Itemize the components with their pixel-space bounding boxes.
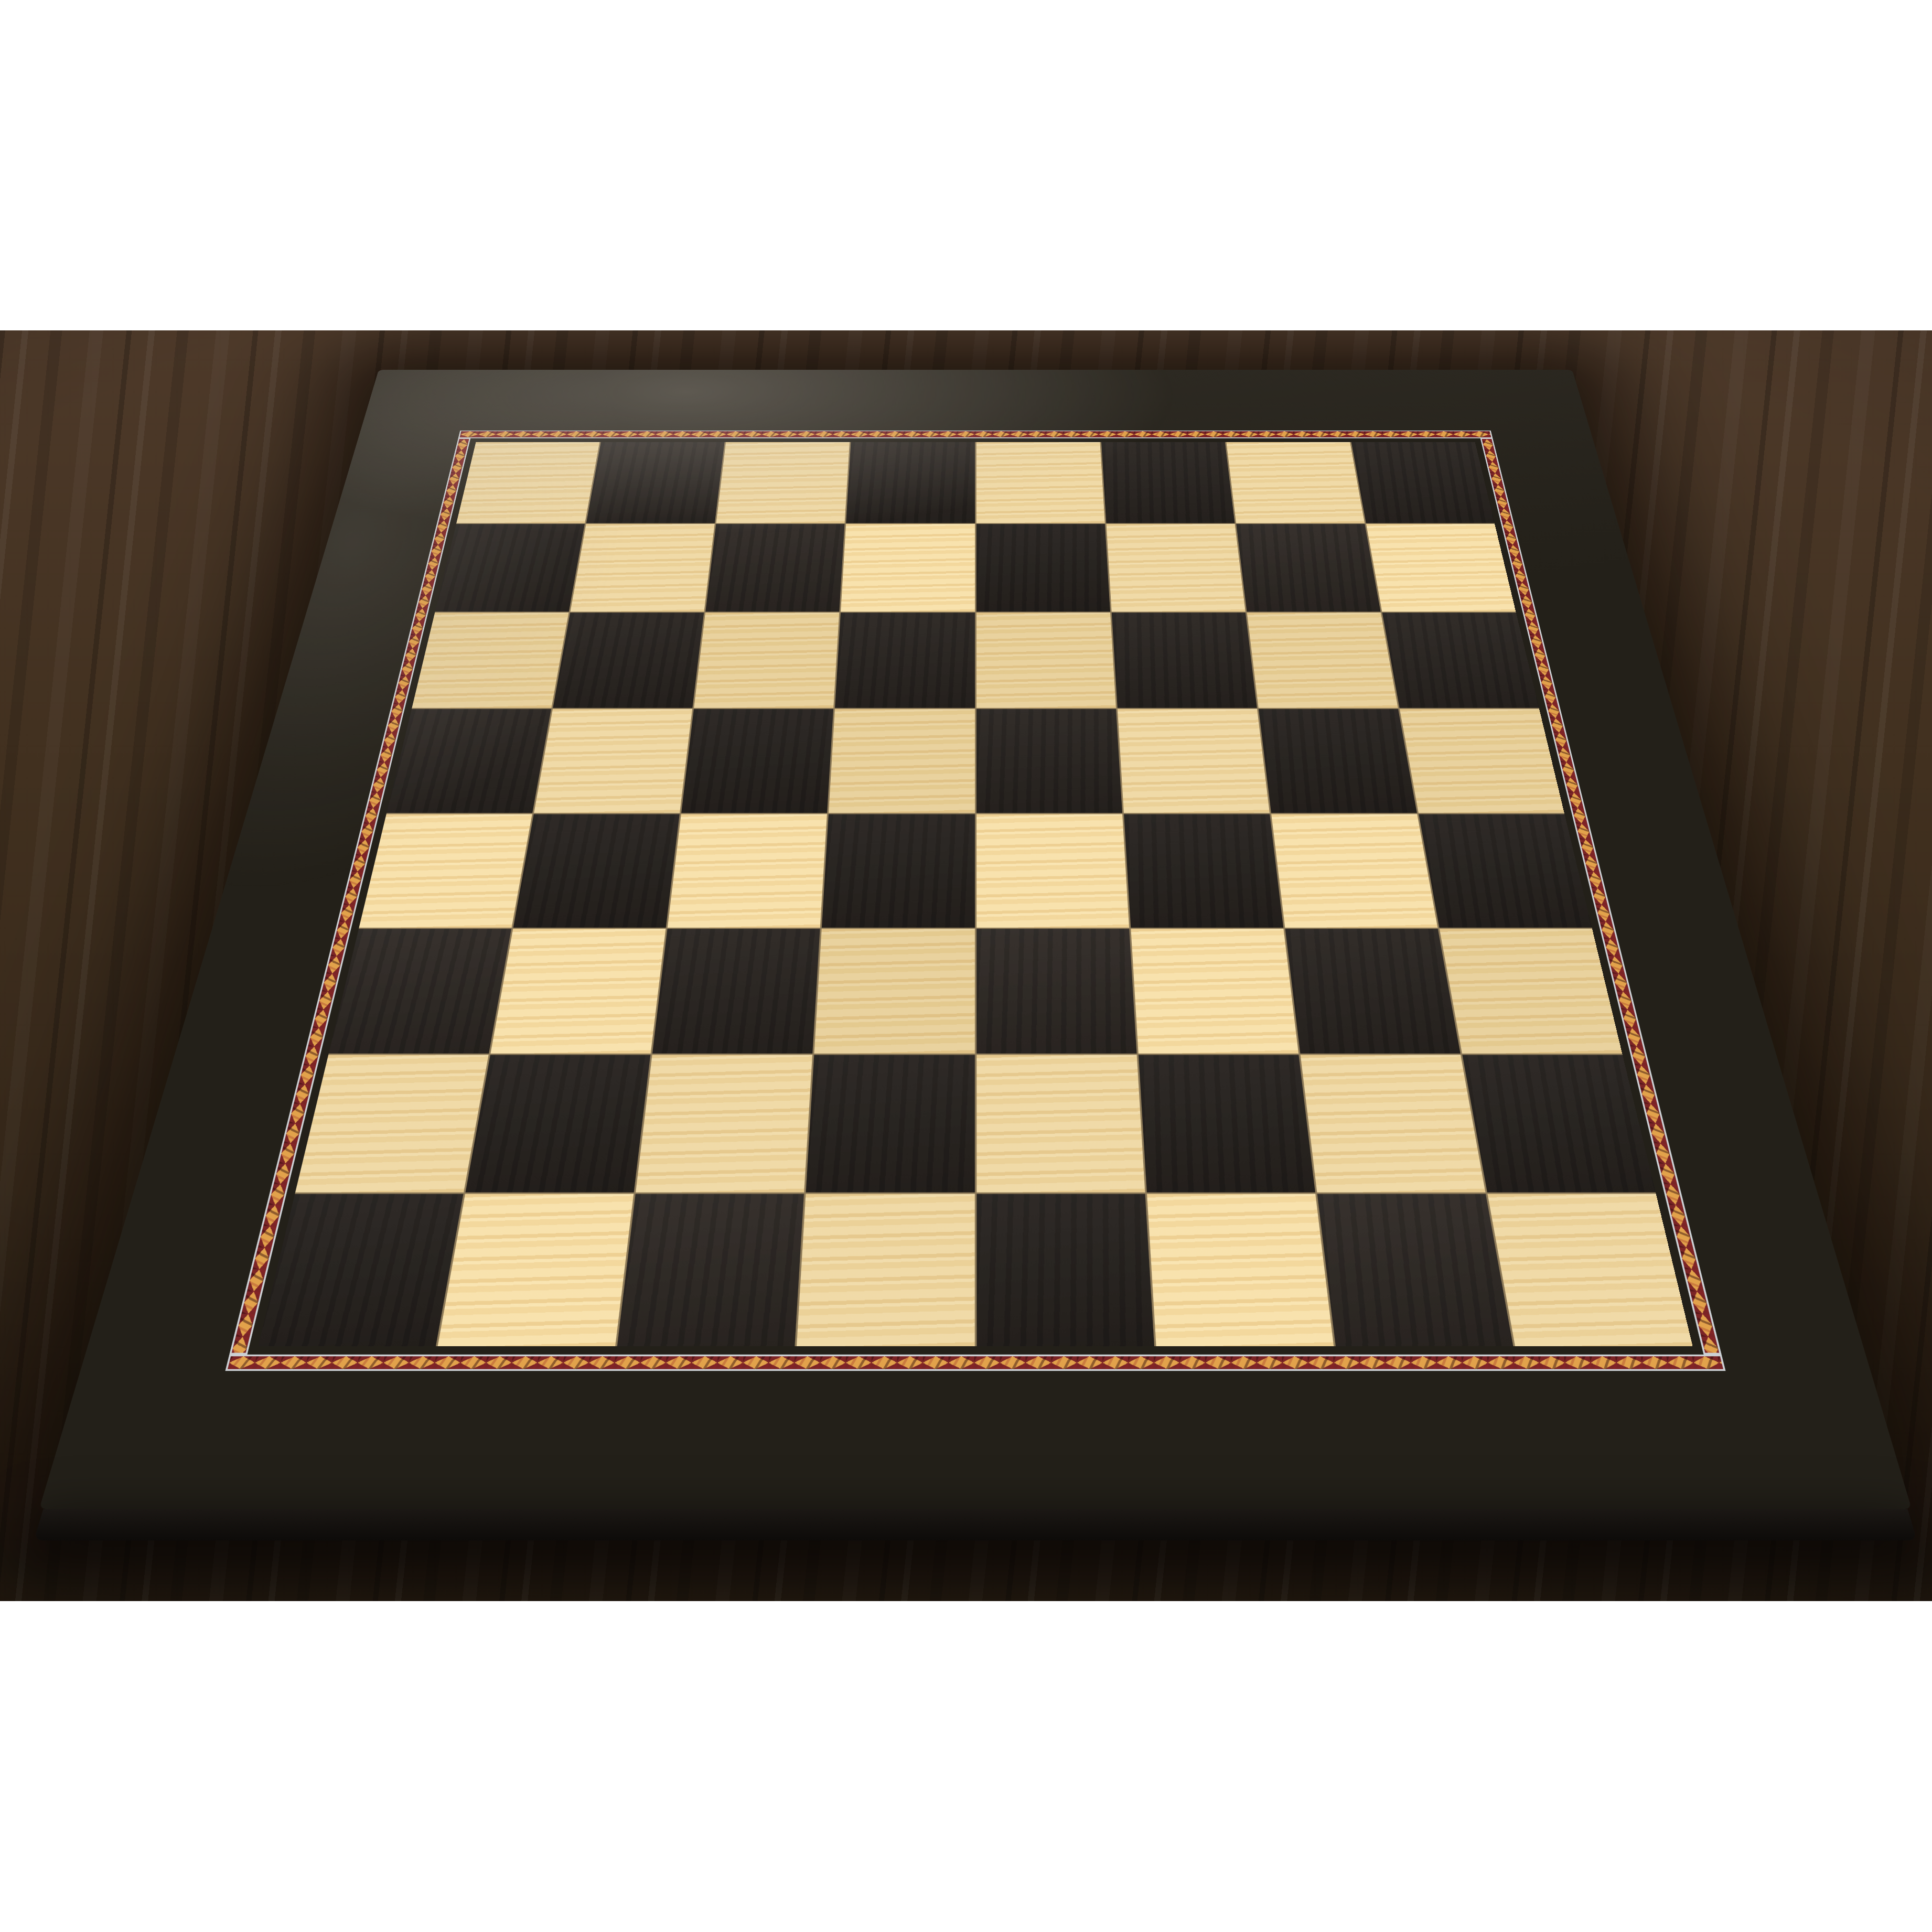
square-f5: [1118, 709, 1270, 813]
square-c5: [681, 709, 833, 813]
square-a5: [387, 709, 551, 813]
square-e6: [976, 613, 1115, 708]
board-side-edge: [34, 1509, 1917, 1540]
square-g3: [1285, 929, 1460, 1054]
square-c1: [617, 1194, 804, 1347]
square-d1: [797, 1194, 974, 1347]
square-d7: [841, 524, 974, 611]
square-e8: [976, 442, 1104, 523]
square-h7: [1366, 524, 1516, 611]
square-d8: [846, 442, 975, 523]
square-f4: [1124, 814, 1283, 927]
square-d5: [829, 709, 974, 813]
square-c7: [705, 524, 844, 611]
top-white-band: [0, 0, 1932, 330]
square-g1: [1317, 1194, 1513, 1347]
product-photo-canvas: [0, 0, 1932, 1932]
square-f8: [1101, 442, 1235, 523]
square-d4: [822, 814, 974, 927]
square-h2: [1462, 1055, 1656, 1192]
square-e3: [976, 929, 1136, 1054]
square-g5: [1259, 709, 1417, 813]
square-h5: [1400, 709, 1564, 813]
square-d2: [806, 1055, 974, 1192]
inlay-border-top: [458, 431, 1493, 438]
square-e1: [976, 1194, 1154, 1347]
playing-area: [258, 442, 1692, 1346]
square-a6: [412, 613, 568, 708]
square-e5: [976, 709, 1122, 813]
bottom-white-band: [0, 1601, 1932, 1932]
square-c3: [652, 929, 820, 1054]
square-d6: [835, 613, 974, 708]
square-b6: [553, 613, 704, 708]
square-c8: [716, 442, 850, 523]
board-top-face: [39, 370, 1912, 1509]
chess-board: [39, 370, 1912, 1509]
square-f7: [1106, 524, 1245, 611]
square-b2: [466, 1055, 651, 1192]
square-c4: [668, 814, 827, 927]
square-g7: [1236, 524, 1380, 611]
square-g8: [1226, 442, 1365, 523]
square-a8: [456, 442, 599, 523]
square-g6: [1247, 613, 1398, 708]
square-b5: [534, 709, 692, 813]
square-a7: [435, 524, 585, 611]
square-e4: [976, 814, 1129, 927]
square-f2: [1139, 1055, 1315, 1192]
square-b1: [438, 1194, 634, 1347]
square-a2: [295, 1055, 489, 1192]
square-c2: [636, 1055, 812, 1192]
square-a1: [258, 1194, 463, 1347]
square-f3: [1131, 929, 1298, 1054]
square-f6: [1111, 613, 1257, 708]
table-surface: [0, 330, 1932, 1601]
square-h3: [1440, 929, 1622, 1054]
square-a3: [329, 929, 511, 1054]
inlay-border-bottom: [225, 1355, 1725, 1371]
square-h6: [1382, 613, 1539, 708]
square-b7: [571, 524, 715, 611]
square-b4: [513, 814, 680, 927]
square-g4: [1271, 814, 1437, 927]
square-b8: [586, 442, 725, 523]
square-d3: [814, 929, 974, 1054]
square-g2: [1300, 1055, 1485, 1192]
square-a4: [359, 814, 532, 927]
square-h4: [1419, 814, 1592, 927]
square-h1: [1487, 1194, 1692, 1347]
square-b3: [491, 929, 666, 1054]
square-e7: [976, 524, 1110, 611]
square-e2: [976, 1055, 1145, 1192]
square-h8: [1351, 442, 1495, 523]
square-f1: [1147, 1194, 1334, 1347]
square-c6: [694, 613, 839, 708]
